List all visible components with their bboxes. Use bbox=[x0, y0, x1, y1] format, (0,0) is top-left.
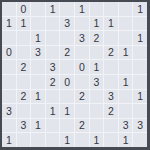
cell-r0c2-empty[interactable] bbox=[31, 2, 45, 16]
cell-r4c6-clue-1[interactable]: 1 bbox=[90, 60, 104, 74]
cell-r8c8-clue-3[interactable]: 3 bbox=[119, 119, 133, 133]
cell-r4c5-clue-0[interactable]: 0 bbox=[75, 60, 89, 74]
cell-r1c5-empty[interactable] bbox=[75, 17, 89, 31]
cell-r3c6-empty[interactable] bbox=[90, 46, 104, 60]
cell-r5c5-empty[interactable] bbox=[75, 75, 89, 89]
cell-r7c5-empty[interactable] bbox=[75, 104, 89, 118]
cell-r4c9-empty[interactable] bbox=[133, 60, 147, 74]
cell-r4c4-empty[interactable] bbox=[60, 60, 74, 74]
cell-r0c9-clue-1[interactable]: 1 bbox=[133, 2, 147, 16]
cell-r9c1-empty[interactable] bbox=[17, 133, 31, 147]
puzzle-grid: 0111113111321032212301203121231311231233… bbox=[2, 2, 147, 147]
cell-r7c7-clue-2[interactable]: 2 bbox=[104, 104, 118, 118]
cell-r6c3-empty[interactable] bbox=[46, 90, 60, 104]
cell-r2c9-clue-1[interactable]: 1 bbox=[133, 31, 147, 45]
cell-r5c9-empty[interactable] bbox=[133, 75, 147, 89]
cell-r6c4-empty[interactable] bbox=[60, 90, 74, 104]
cell-r8c0-empty[interactable] bbox=[2, 119, 16, 133]
cell-r7c0-clue-3[interactable]: 3 bbox=[2, 104, 16, 118]
cell-r2c6-clue-2[interactable]: 2 bbox=[90, 31, 104, 45]
cell-r7c2-empty[interactable] bbox=[31, 104, 45, 118]
cell-r9c3-empty[interactable] bbox=[46, 133, 60, 147]
cell-r4c1-clue-2[interactable]: 2 bbox=[17, 60, 31, 74]
cell-r5c4-clue-0[interactable]: 0 bbox=[60, 75, 74, 89]
cell-r1c2-empty[interactable] bbox=[31, 17, 45, 31]
cell-r5c7-empty[interactable] bbox=[104, 75, 118, 89]
cell-r0c0-empty[interactable] bbox=[2, 2, 16, 16]
cell-r3c2-clue-3[interactable]: 3 bbox=[31, 46, 45, 60]
cell-r2c5-clue-3[interactable]: 3 bbox=[75, 31, 89, 45]
cell-r1c9-empty[interactable] bbox=[133, 17, 147, 31]
cell-r3c4-clue-2[interactable]: 2 bbox=[60, 46, 74, 60]
cell-r6c7-clue-3[interactable]: 3 bbox=[104, 90, 118, 104]
cell-r5c1-empty[interactable] bbox=[17, 75, 31, 89]
cell-r4c3-clue-3[interactable]: 3 bbox=[46, 60, 60, 74]
cell-r8c4-empty[interactable] bbox=[60, 119, 74, 133]
cell-r9c8-clue-1[interactable]: 1 bbox=[119, 133, 133, 147]
cell-r1c7-clue-1[interactable]: 1 bbox=[104, 17, 118, 31]
cell-r7c9-empty[interactable] bbox=[133, 104, 147, 118]
cell-r7c8-empty[interactable] bbox=[119, 104, 133, 118]
cell-r6c8-empty[interactable] bbox=[119, 90, 133, 104]
cell-r0c6-empty[interactable] bbox=[90, 2, 104, 16]
cell-r4c8-empty[interactable] bbox=[119, 60, 133, 74]
cell-r0c8-empty[interactable] bbox=[119, 2, 133, 16]
cell-r2c4-empty[interactable] bbox=[60, 31, 74, 45]
cell-r6c1-clue-2[interactable]: 2 bbox=[17, 90, 31, 104]
cell-r2c2-clue-1[interactable]: 1 bbox=[31, 31, 45, 45]
cell-r2c8-empty[interactable] bbox=[119, 31, 133, 45]
cell-r3c7-clue-2[interactable]: 2 bbox=[104, 46, 118, 60]
cell-r1c3-empty[interactable] bbox=[46, 17, 60, 31]
cell-r8c1-clue-3[interactable]: 3 bbox=[17, 119, 31, 133]
cell-r3c3-empty[interactable] bbox=[46, 46, 60, 60]
cell-r4c2-empty[interactable] bbox=[31, 60, 45, 74]
cell-r1c8-empty[interactable] bbox=[119, 17, 133, 31]
cell-r9c0-clue-1[interactable]: 1 bbox=[2, 133, 16, 147]
cell-r7c6-empty[interactable] bbox=[90, 104, 104, 118]
cell-r9c6-clue-1[interactable]: 1 bbox=[90, 133, 104, 147]
cell-r7c3-clue-1[interactable]: 1 bbox=[46, 104, 60, 118]
cell-r0c5-clue-1[interactable]: 1 bbox=[75, 2, 89, 16]
cell-r5c0-empty[interactable] bbox=[2, 75, 16, 89]
cell-r1c1-clue-1[interactable]: 1 bbox=[17, 17, 31, 31]
cell-r3c8-clue-1[interactable]: 1 bbox=[119, 46, 133, 60]
cell-r8c5-clue-2[interactable]: 2 bbox=[75, 119, 89, 133]
cell-r9c4-clue-1[interactable]: 1 bbox=[60, 133, 74, 147]
cell-r5c3-clue-2[interactable]: 2 bbox=[46, 75, 60, 89]
cell-r0c3-clue-1[interactable]: 1 bbox=[46, 2, 60, 16]
cell-r8c9-clue-3[interactable]: 3 bbox=[133, 119, 147, 133]
cell-r0c7-empty[interactable] bbox=[104, 2, 118, 16]
cell-r2c7-empty[interactable] bbox=[104, 31, 118, 45]
cell-r0c1-clue-0[interactable]: 0 bbox=[17, 2, 31, 16]
cell-r9c9-empty[interactable] bbox=[133, 133, 147, 147]
cell-r1c6-clue-1[interactable]: 1 bbox=[90, 17, 104, 31]
cell-r5c2-empty[interactable] bbox=[31, 75, 45, 89]
cell-r0c4-empty[interactable] bbox=[60, 2, 74, 16]
cell-r5c8-clue-1[interactable]: 1 bbox=[119, 75, 133, 89]
cell-r3c0-clue-0[interactable]: 0 bbox=[2, 46, 16, 60]
cell-r4c0-empty[interactable] bbox=[2, 60, 16, 74]
cell-r9c7-empty[interactable] bbox=[104, 133, 118, 147]
cell-r8c7-empty[interactable] bbox=[104, 119, 118, 133]
cell-r6c5-clue-2[interactable]: 2 bbox=[75, 90, 89, 104]
cell-r1c0-clue-1[interactable]: 1 bbox=[2, 17, 16, 31]
cell-r3c5-empty[interactable] bbox=[75, 46, 89, 60]
cell-r2c1-empty[interactable] bbox=[17, 31, 31, 45]
cell-r8c6-empty[interactable] bbox=[90, 119, 104, 133]
cell-r1c4-clue-3[interactable]: 3 bbox=[60, 17, 74, 31]
cell-r3c9-empty[interactable] bbox=[133, 46, 147, 60]
cell-r6c6-empty[interactable] bbox=[90, 90, 104, 104]
cell-r9c2-empty[interactable] bbox=[31, 133, 45, 147]
puzzle-board: 0111113111321032212301203121231311231233… bbox=[0, 0, 150, 150]
cell-r9c5-empty[interactable] bbox=[75, 133, 89, 147]
cell-r4c7-empty[interactable] bbox=[104, 60, 118, 74]
cell-r3c1-empty[interactable] bbox=[17, 46, 31, 60]
cell-r6c0-empty[interactable] bbox=[2, 90, 16, 104]
cell-r2c3-empty[interactable] bbox=[46, 31, 60, 45]
cell-r7c4-clue-1[interactable]: 1 bbox=[60, 104, 74, 118]
cell-r2c0-empty[interactable] bbox=[2, 31, 16, 45]
cell-r6c9-clue-1[interactable]: 1 bbox=[133, 90, 147, 104]
cell-r6c2-clue-1[interactable]: 1 bbox=[31, 90, 45, 104]
cell-r8c3-empty[interactable] bbox=[46, 119, 60, 133]
cell-r7c1-empty[interactable] bbox=[17, 104, 31, 118]
cell-r8c2-clue-1[interactable]: 1 bbox=[31, 119, 45, 133]
cell-r5c6-clue-3[interactable]: 3 bbox=[90, 75, 104, 89]
